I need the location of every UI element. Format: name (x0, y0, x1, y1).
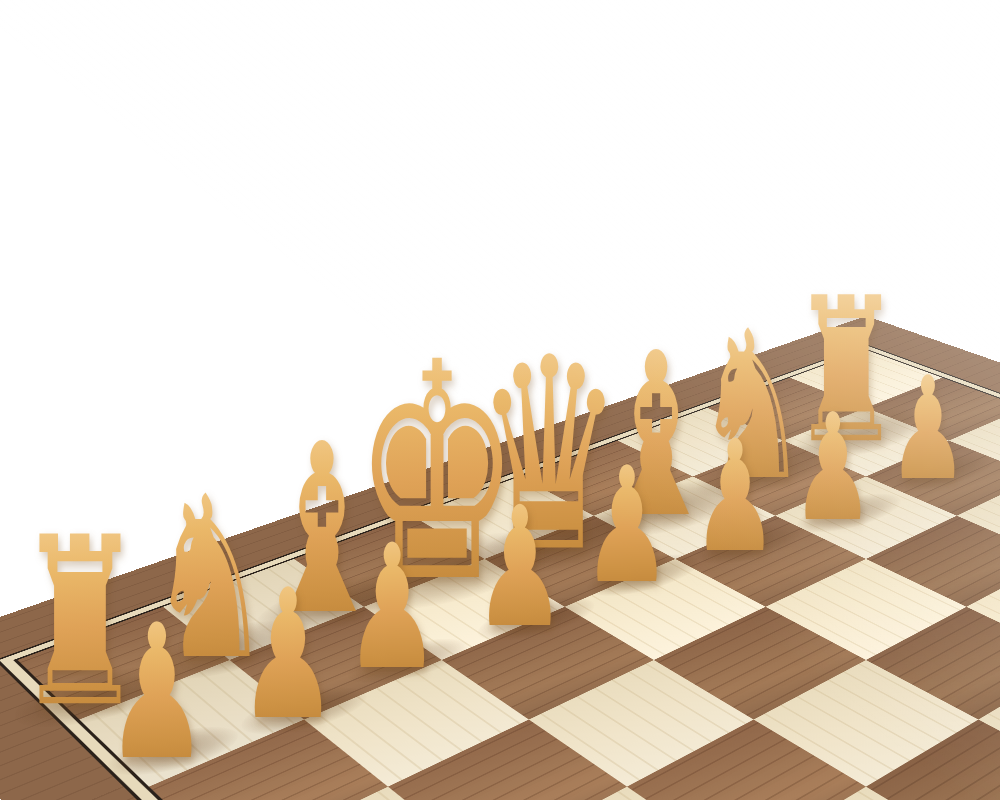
piece-P-h2: ♟ (105, 600, 208, 786)
piece-P-f2: ♟ (344, 522, 440, 694)
chess-photo-scene: ♜♞♟♝♟♛♟♚♟♝♟♞♟♜♟♟ Angled photograph of th… (0, 0, 1000, 800)
piece-P-g2: ♟ (238, 566, 338, 745)
piece-P-a2: ♟ (889, 358, 968, 500)
piece-P-b2: ♟ (792, 394, 874, 542)
piece-P-c2: ♟ (692, 420, 778, 574)
pieces-layer: ♜♞♟♝♟♛♟♚♟♝♟♞♟♜♟♟ (0, 0, 1000, 800)
piece-P-d2: ♟ (583, 446, 672, 606)
piece-P-e2: ♟ (474, 485, 566, 651)
